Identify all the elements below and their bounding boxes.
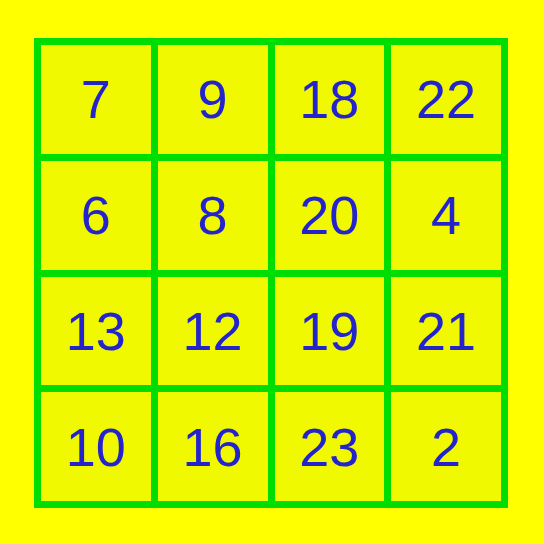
grid-cell-r0c3[interactable]: 22 xyxy=(391,45,501,154)
grid-cell-r2c1[interactable]: 12 xyxy=(158,277,268,386)
grid-cell-r0c0[interactable]: 7 xyxy=(41,45,151,154)
grid-cell-r3c1[interactable]: 16 xyxy=(158,392,268,501)
grid-cell-r3c0[interactable]: 10 xyxy=(41,392,151,501)
grid-cell-r0c2[interactable]: 18 xyxy=(275,45,385,154)
grid-cell-r0c1[interactable]: 9 xyxy=(158,45,268,154)
number-grid-board: 79182268204131219211016232 xyxy=(34,38,508,508)
grid-cell-r1c1[interactable]: 8 xyxy=(158,161,268,270)
grid-cell-r3c3[interactable]: 2 xyxy=(391,392,501,501)
grid-cell-r1c3[interactable]: 4 xyxy=(391,161,501,270)
grid-cell-r1c0[interactable]: 6 xyxy=(41,161,151,270)
grid-cell-r2c3[interactable]: 21 xyxy=(391,277,501,386)
grid-cell-r1c2[interactable]: 20 xyxy=(275,161,385,270)
grid-cell-r2c0[interactable]: 13 xyxy=(41,277,151,386)
grid-cell-r3c2[interactable]: 23 xyxy=(275,392,385,501)
grid-cell-r2c2[interactable]: 19 xyxy=(275,277,385,386)
